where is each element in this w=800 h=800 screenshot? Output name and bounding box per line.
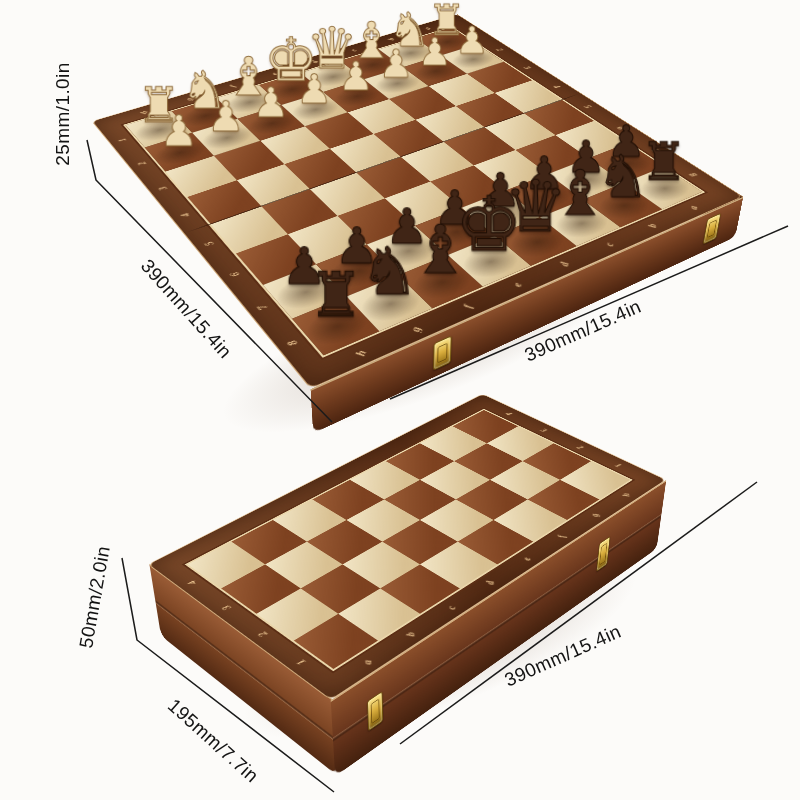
file-label-h: h — [620, 493, 631, 497]
open-chessboard: ♜♞♝♚♛♝♞♜♟♟♟♟♟♟♟♟♟♟♟♟♟♟♟♟♜♞♝♚♛♝♞♜ 1122334… — [92, 14, 744, 389]
gold-latch — [433, 335, 452, 370]
piece-white-pawn: ♟ — [253, 83, 290, 122]
piece-black-bishop: ♝ — [411, 218, 471, 281]
gold-latch — [367, 691, 383, 731]
file-label-g: g — [589, 513, 600, 516]
piece-white-pawn: ♟ — [296, 70, 332, 108]
piece-white-pawn: ♟ — [160, 111, 198, 152]
piece-black-rook: ♜ — [308, 267, 363, 325]
piece-white-pawn: ♟ — [207, 97, 245, 137]
gold-latch — [703, 213, 721, 245]
piece-white-pawn: ♟ — [455, 23, 489, 58]
piece-white-pawn: ♟ — [338, 58, 373, 96]
gold-latch — [596, 536, 610, 572]
dimension-label-open-thickness: 25mm/1.0in — [52, 62, 74, 165]
piece-white-pawn: ♟ — [379, 46, 414, 83]
product-image: ♜♞♝♚♛♝♞♜♟♟♟♟♟♟♟♟♟♟♟♟♟♟♟♟♜♞♝♚♛♝♞♜ 1122334… — [0, 0, 800, 800]
piece-white-pawn: ♟ — [418, 34, 452, 70]
piece-black-knight: ♞ — [360, 240, 419, 302]
dimension-label-closed-thickness: 50mm/2.0in — [75, 544, 115, 650]
